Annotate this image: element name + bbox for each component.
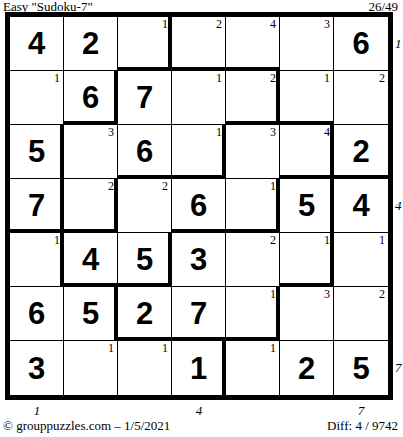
cell-r2c7[interactable]: 2: [334, 71, 388, 125]
cell-r6c3[interactable]: 2: [118, 287, 172, 341]
col-label-7: 7: [351, 403, 371, 419]
given-digit: 5: [82, 298, 99, 329]
cell-r1c7[interactable]: 6: [334, 17, 388, 71]
cell-r5c6[interactable]: 1: [280, 233, 334, 287]
cell-r5c3[interactable]: 5: [118, 233, 172, 287]
given-digit: 3: [190, 244, 207, 275]
cell-r2c6[interactable]: 1: [280, 71, 334, 125]
puzzle-page: Easy "Sudoku-7" 26/49 421243616712125361…: [0, 0, 403, 437]
given-digit: 4: [28, 28, 45, 59]
cell-r6c2[interactable]: 5: [64, 287, 118, 341]
cell-r5c2[interactable]: 4: [64, 233, 118, 287]
given-digit: 6: [352, 28, 369, 59]
cell-r1c5[interactable]: 4: [226, 17, 280, 71]
given-digit: 2: [298, 353, 315, 384]
pencil-mark: 1: [162, 18, 168, 30]
pencil-mark: 1: [270, 180, 276, 192]
pencil-mark: 2: [108, 180, 114, 192]
cell-r3c6[interactable]: 4: [280, 125, 334, 179]
pencil-mark: 1: [270, 288, 276, 300]
cell-r4c2[interactable]: 2: [64, 179, 118, 233]
sudoku-board: 4212436167121253613427226154145321165271…: [5, 12, 393, 400]
cell-r7c2[interactable]: 1: [64, 341, 118, 395]
given-digit: 7: [190, 298, 207, 329]
cell-r2c4[interactable]: 1: [172, 71, 226, 125]
col-label-1: 1: [27, 403, 47, 419]
given-digit: 6: [190, 190, 207, 221]
cell-r4c4[interactable]: 6: [172, 179, 226, 233]
pencil-mark: 1: [108, 342, 114, 354]
pencil-mark: 1: [270, 342, 276, 354]
cell-r5c7[interactable]: 1: [334, 233, 388, 287]
col-label-4: 4: [189, 403, 209, 419]
cell-r1c3[interactable]: 1: [118, 17, 172, 71]
given-digit: 2: [82, 28, 99, 59]
cell-r4c1[interactable]: 7: [10, 179, 64, 233]
cell-r2c2[interactable]: 6: [64, 71, 118, 125]
cell-r7c4[interactable]: 1: [172, 341, 226, 395]
copyright-text: © grouppuzzles.com – 1/5/2021: [3, 419, 170, 433]
given-digit: 6: [82, 82, 99, 113]
cell-r6c6[interactable]: 3: [280, 287, 334, 341]
pencil-mark: 3: [108, 126, 114, 138]
cell-r2c3[interactable]: 7: [118, 71, 172, 125]
cell-r7c1[interactable]: 3: [10, 341, 64, 395]
given-digit: 6: [136, 136, 153, 167]
pencil-mark: 4: [324, 126, 330, 138]
cell-r6c1[interactable]: 6: [10, 287, 64, 341]
given-digit: 5: [136, 244, 153, 275]
pencil-mark: 2: [270, 72, 276, 84]
pencil-mark: 2: [162, 180, 168, 192]
cell-r1c4[interactable]: 2: [172, 17, 226, 71]
cell-r7c7[interactable]: 5: [334, 341, 388, 395]
given-digit: 7: [136, 82, 153, 113]
footer: © grouppuzzles.com – 1/5/2021 Diff: 4 / …: [3, 419, 398, 433]
pencil-mark: 3: [324, 18, 330, 30]
cell-r7c3[interactable]: 1: [118, 341, 172, 395]
row-label-1: 1: [395, 36, 403, 52]
cell-r6c7[interactable]: 2: [334, 287, 388, 341]
pencil-mark: 2: [379, 288, 385, 300]
cell-r6c5[interactable]: 1: [226, 287, 280, 341]
given-digit: 4: [82, 244, 99, 275]
cell-r4c3[interactable]: 2: [118, 179, 172, 233]
cell-r7c6[interactable]: 2: [280, 341, 334, 395]
given-digit: 2: [136, 298, 153, 329]
cell-r5c1[interactable]: 1: [10, 233, 64, 287]
cell-r4c6[interactable]: 5: [280, 179, 334, 233]
cell-r3c1[interactable]: 5: [10, 125, 64, 179]
cell-r3c5[interactable]: 3: [226, 125, 280, 179]
cell-r1c6[interactable]: 3: [280, 17, 334, 71]
pencil-mark: 1: [54, 72, 60, 84]
pencil-mark: 3: [324, 288, 330, 300]
cell-r1c2[interactable]: 2: [64, 17, 118, 71]
given-digit: 5: [28, 136, 45, 167]
cell-r7c5[interactable]: 1: [226, 341, 280, 395]
pencil-mark: 4: [270, 18, 276, 30]
pencil-mark: 1: [216, 126, 222, 138]
row-label-7: 7: [395, 360, 403, 376]
pencil-mark: 3: [270, 126, 276, 138]
pencil-mark: 1: [379, 234, 385, 246]
cell-r3c7[interactable]: 2: [334, 125, 388, 179]
given-digit: 5: [352, 353, 369, 384]
cell-r1c1[interactable]: 4: [10, 17, 64, 71]
given-digit: 6: [28, 298, 45, 329]
cell-r3c3[interactable]: 6: [118, 125, 172, 179]
cell-r3c4[interactable]: 1: [172, 125, 226, 179]
pencil-mark: 1: [54, 234, 60, 246]
pencil-mark: 2: [216, 18, 222, 30]
row-label-4: 4: [395, 198, 403, 214]
pencil-mark: 1: [324, 72, 330, 84]
cell-r5c5[interactable]: 2: [226, 233, 280, 287]
cell-r3c2[interactable]: 3: [64, 125, 118, 179]
pencil-mark: 1: [324, 234, 330, 246]
given-digit: 3: [28, 353, 45, 384]
given-digit: 7: [28, 190, 45, 221]
pencil-mark: 2: [379, 72, 385, 84]
cell-r6c4[interactable]: 7: [172, 287, 226, 341]
pencil-mark: 2: [270, 234, 276, 246]
given-digit: 5: [298, 190, 315, 221]
cell-r4c7[interactable]: 4: [334, 179, 388, 233]
pencil-mark: 1: [162, 342, 168, 354]
cell-r2c5[interactable]: 2: [226, 71, 280, 125]
cell-r4c5[interactable]: 1: [226, 179, 280, 233]
pencil-mark: 1: [216, 72, 222, 84]
difficulty-text: Diff: 4 / 9742: [327, 419, 398, 433]
cell-r2c1[interactable]: 1: [10, 71, 64, 125]
cell-r5c4[interactable]: 3: [172, 233, 226, 287]
given-digit: 1: [190, 353, 207, 384]
given-digit: 2: [352, 136, 369, 167]
given-digit: 4: [352, 190, 369, 221]
